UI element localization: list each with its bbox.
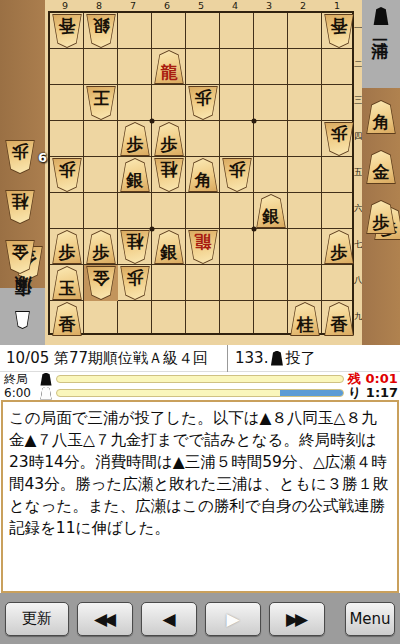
gote-name-inner: 広瀬 bbox=[11, 305, 34, 329]
rewind-icon: ◀◀ bbox=[94, 609, 116, 629]
piece-歩-97[interactable]: 歩 bbox=[51, 230, 83, 264]
piece-歩-64[interactable]: 歩 bbox=[153, 122, 185, 156]
rewind-button[interactable]: ◀◀ bbox=[77, 602, 133, 636]
piece-龍-57[interactable]: 龍 bbox=[187, 230, 219, 264]
hand-gote-歩[interactable]: 歩6 bbox=[4, 140, 36, 174]
piece-歩-78[interactable]: 歩 bbox=[119, 266, 151, 300]
file-label-4: 4 bbox=[218, 0, 252, 11]
sente-hand-tray: 三浦 角金歩歩 bbox=[362, 0, 400, 345]
file-label-5: 5 bbox=[184, 0, 218, 11]
hoshi-dot-1 bbox=[150, 119, 155, 124]
piece-香-19[interactable]: 香 bbox=[323, 302, 355, 336]
gote-time-bar-blue bbox=[280, 390, 343, 396]
rank-coordinates: 一二三四五六七八九 bbox=[354, 11, 362, 335]
event-name: 第77期順位戦Ａ級４回 bbox=[54, 349, 208, 367]
file-label-1: 1 bbox=[320, 0, 354, 11]
back-icon: ◀ bbox=[162, 609, 175, 629]
last-move-label: 133. 投了 bbox=[228, 349, 400, 368]
hoshi-dot-3 bbox=[150, 227, 155, 232]
file-label-3: 3 bbox=[252, 0, 286, 11]
commentary-text: この局面で三浦が投了した。以下は▲８八同玉△８九金▲７八玉△７九金打までで詰みと… bbox=[1, 400, 399, 593]
board-surface: 987654321 一二三四五六七八九 香銀香龍王歩歩歩歩歩銀桂角歩銀歩歩桂銀龍… bbox=[45, 0, 362, 345]
piece-歩-17[interactable]: 歩 bbox=[323, 230, 355, 264]
hoshi-dot-2 bbox=[252, 119, 257, 124]
hand-gote-金[interactable]: 金金 bbox=[4, 240, 44, 280]
board-zone: 歩6桂金金 広瀬 987654321 一二三四五六七八九 香銀香龍王歩歩歩歩歩銀… bbox=[0, 0, 400, 345]
back-button[interactable]: ◀ bbox=[141, 602, 197, 636]
piece-銀-75[interactable]: 銀 bbox=[119, 158, 151, 192]
hand-sente-歩[interactable]: 歩歩 bbox=[365, 200, 400, 240]
piece-歩-74[interactable]: 歩 bbox=[119, 122, 151, 156]
sente-clock-piece-icon bbox=[40, 373, 52, 386]
event-title: 10/05 第77期順位戦Ａ級４回 bbox=[0, 349, 227, 368]
gote-hand-tray: 歩6桂金金 広瀬 bbox=[0, 0, 45, 345]
forward-button[interactable]: ▶ bbox=[205, 602, 261, 636]
gote-time-bar bbox=[56, 389, 344, 397]
sente-hand-pieces: 角金歩歩 bbox=[365, 100, 400, 256]
hand-sente-金[interactable]: 金 bbox=[365, 150, 397, 184]
piece-銀-67[interactable]: 銀 bbox=[153, 230, 185, 264]
game-date: 10/05 bbox=[6, 349, 49, 367]
piece-角[interactable]: 角 bbox=[365, 100, 397, 134]
gote-clock-label: 6:00 bbox=[0, 386, 36, 400]
move-number: 133. bbox=[235, 349, 268, 367]
piece-歩-95[interactable]: 歩 bbox=[51, 158, 83, 192]
gote-name-box: 広瀬 bbox=[0, 288, 45, 345]
piece-歩-53[interactable]: 歩 bbox=[187, 86, 219, 120]
update-button[interactable]: 更新 bbox=[5, 602, 69, 636]
sente-clock-label: 終局 bbox=[0, 371, 36, 388]
piece-歩-87[interactable]: 歩 bbox=[85, 230, 117, 264]
piece-香-11[interactable]: 香 bbox=[323, 14, 355, 48]
move-text: 投了 bbox=[285, 349, 315, 368]
menu-button[interactable]: Menu bbox=[345, 602, 395, 636]
gote-clock-row: 6:00 り 1:17 bbox=[0, 386, 400, 400]
clock-panel: 終局 残 0:01 6:00 り 1:17 bbox=[0, 372, 400, 400]
piece-歩[interactable]: 歩 bbox=[4, 140, 36, 174]
file-label-9: 9 bbox=[48, 0, 82, 11]
gote-clock-icon-wrap bbox=[36, 387, 56, 400]
piece-角-55[interactable]: 角 bbox=[187, 158, 219, 192]
piece-香-99[interactable]: 香 bbox=[51, 302, 83, 336]
hoshi-dot-4 bbox=[252, 227, 257, 232]
piece-桂-77[interactable]: 桂 bbox=[119, 230, 151, 264]
gote-hand-pieces: 歩6桂金金 bbox=[4, 140, 44, 296]
piece-桂[interactable]: 桂 bbox=[4, 190, 36, 224]
sente-clock-row: 終局 残 0:01 bbox=[0, 372, 400, 386]
piece-銀-36[interactable]: 銀 bbox=[255, 194, 287, 228]
sente-name-box: 三浦 bbox=[362, 0, 400, 88]
sente-clock-icon-wrap bbox=[36, 373, 56, 386]
piece-龍-62[interactable]: 龍 bbox=[153, 50, 185, 84]
fast-forward-icon: ▶▶ bbox=[286, 609, 308, 629]
file-coordinates: 987654321 bbox=[48, 0, 354, 11]
piece-桂-29[interactable]: 桂 bbox=[289, 302, 321, 336]
piece-香-91[interactable]: 香 bbox=[51, 14, 83, 48]
piece-銀-81[interactable]: 銀 bbox=[85, 14, 117, 48]
sente-piece-icon bbox=[373, 7, 389, 25]
piece-玉-98[interactable]: 玉 bbox=[51, 266, 83, 300]
piece-桂-65[interactable]: 桂 bbox=[153, 158, 185, 192]
file-label-8: 8 bbox=[82, 0, 116, 11]
piece-歩-14[interactable]: 歩 bbox=[323, 122, 355, 156]
hand-count-gote-歩: 6 bbox=[38, 150, 47, 165]
hand-gote-桂[interactable]: 桂 bbox=[4, 190, 36, 224]
toolbar: 更新 ◀◀ ◀ ▶ ▶▶ Menu bbox=[0, 593, 400, 644]
gote-clock-piece-icon bbox=[40, 387, 52, 400]
file-label-6: 6 bbox=[150, 0, 184, 11]
piece-金[interactable]: 金 bbox=[365, 150, 397, 184]
piece-歩[interactable]: 歩 bbox=[365, 200, 397, 234]
gote-piece-icon bbox=[15, 311, 31, 329]
board-grid[interactable]: 香銀香龍王歩歩歩歩歩銀桂角歩銀歩歩桂銀龍歩玉金歩香桂香 bbox=[48, 11, 354, 335]
sente-move-icon bbox=[270, 351, 283, 366]
file-label-7: 7 bbox=[116, 0, 150, 11]
sente-player-name: 三浦 bbox=[370, 25, 393, 31]
file-label-2: 2 bbox=[286, 0, 320, 11]
game-info-bar: 10/05 第77期順位戦Ａ級４回 133. 投了 bbox=[0, 345, 400, 372]
fast-forward-button[interactable]: ▶▶ bbox=[269, 602, 325, 636]
forward-icon: ▶ bbox=[226, 609, 239, 629]
sente-name-inner: 三浦 bbox=[370, 7, 393, 31]
hand-sente-角[interactable]: 角 bbox=[365, 100, 397, 134]
piece-王-83[interactable]: 王 bbox=[85, 86, 117, 120]
piece-歩-45[interactable]: 歩 bbox=[221, 158, 253, 192]
sente-time-bar bbox=[56, 375, 344, 383]
shogi-app-screen: 歩6桂金金 広瀬 987654321 一二三四五六七八九 香銀香龍王歩歩歩歩歩銀… bbox=[0, 0, 400, 644]
gote-player-name: 広瀬 bbox=[11, 305, 34, 311]
